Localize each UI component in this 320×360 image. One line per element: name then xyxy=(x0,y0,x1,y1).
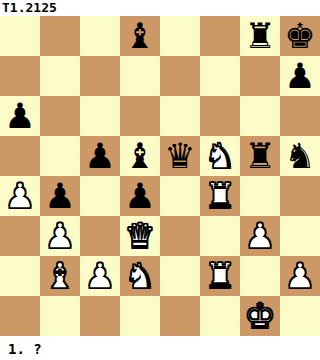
square-e6[interactable] xyxy=(160,96,200,136)
black-queen[interactable]: ♛ xyxy=(164,136,195,176)
chess-puzzle-page: T1.2125 ♝♜♚♟♟♟♝♛♞♜♞♟♟♟♜♟♛♟♝♟♞♜♟♚ 1. ? xyxy=(0,0,320,360)
square-g4[interactable] xyxy=(240,176,280,216)
square-c6[interactable] xyxy=(80,96,120,136)
square-d5[interactable]: ♝ xyxy=(120,136,160,176)
square-b6[interactable] xyxy=(40,96,80,136)
puzzle-id: T1.2125 xyxy=(0,0,320,16)
square-c7[interactable] xyxy=(80,56,120,96)
square-a8[interactable] xyxy=(0,16,40,56)
square-h5[interactable]: ♞ xyxy=(280,136,320,176)
square-h2[interactable]: ♟ xyxy=(280,256,320,296)
white-knight[interactable]: ♞ xyxy=(204,136,235,176)
black-rook[interactable]: ♜ xyxy=(244,16,275,56)
square-b4[interactable]: ♟ xyxy=(40,176,80,216)
black-pawn[interactable]: ♟ xyxy=(84,136,115,176)
square-e7[interactable] xyxy=(160,56,200,96)
square-g8[interactable]: ♜ xyxy=(240,16,280,56)
square-h3[interactable] xyxy=(280,216,320,256)
square-e8[interactable] xyxy=(160,16,200,56)
square-a6[interactable]: ♟ xyxy=(0,96,40,136)
white-bishop[interactable]: ♝ xyxy=(44,256,75,296)
black-pawn[interactable]: ♟ xyxy=(44,176,75,216)
white-king[interactable]: ♚ xyxy=(244,296,275,336)
white-pawn[interactable]: ♟ xyxy=(4,176,35,216)
white-pawn[interactable]: ♟ xyxy=(84,256,115,296)
white-pawn[interactable]: ♟ xyxy=(284,256,315,296)
square-b5[interactable] xyxy=(40,136,80,176)
square-b3[interactable]: ♟ xyxy=(40,216,80,256)
square-d4[interactable]: ♟ xyxy=(120,176,160,216)
square-h6[interactable] xyxy=(280,96,320,136)
black-pawn[interactable]: ♟ xyxy=(124,176,155,216)
square-b8[interactable] xyxy=(40,16,80,56)
square-d8[interactable]: ♝ xyxy=(120,16,160,56)
square-g7[interactable] xyxy=(240,56,280,96)
square-f3[interactable] xyxy=(200,216,240,256)
square-f4[interactable]: ♜ xyxy=(200,176,240,216)
black-bishop[interactable]: ♝ xyxy=(124,16,155,56)
square-h4[interactable] xyxy=(280,176,320,216)
square-f8[interactable] xyxy=(200,16,240,56)
square-f2[interactable]: ♜ xyxy=(200,256,240,296)
square-e4[interactable] xyxy=(160,176,200,216)
square-c4[interactable] xyxy=(80,176,120,216)
square-b7[interactable] xyxy=(40,56,80,96)
square-a5[interactable] xyxy=(0,136,40,176)
square-f1[interactable] xyxy=(200,296,240,336)
white-pawn[interactable]: ♟ xyxy=(244,216,275,256)
square-c3[interactable] xyxy=(80,216,120,256)
square-e2[interactable] xyxy=(160,256,200,296)
square-c5[interactable]: ♟ xyxy=(80,136,120,176)
square-d2[interactable]: ♞ xyxy=(120,256,160,296)
black-bishop[interactable]: ♝ xyxy=(124,136,155,176)
square-g1[interactable]: ♚ xyxy=(240,296,280,336)
square-a4[interactable]: ♟ xyxy=(0,176,40,216)
square-d3[interactable]: ♛ xyxy=(120,216,160,256)
square-e1[interactable] xyxy=(160,296,200,336)
square-f6[interactable] xyxy=(200,96,240,136)
white-rook[interactable]: ♜ xyxy=(204,176,235,216)
square-g3[interactable]: ♟ xyxy=(240,216,280,256)
white-rook[interactable]: ♜ xyxy=(204,256,235,296)
square-g5[interactable]: ♜ xyxy=(240,136,280,176)
square-a2[interactable] xyxy=(0,256,40,296)
square-b1[interactable] xyxy=(40,296,80,336)
black-pawn[interactable]: ♟ xyxy=(284,56,315,96)
black-knight[interactable]: ♞ xyxy=(284,136,315,176)
square-b2[interactable]: ♝ xyxy=(40,256,80,296)
square-h1[interactable] xyxy=(280,296,320,336)
square-e5[interactable]: ♛ xyxy=(160,136,200,176)
black-pawn[interactable]: ♟ xyxy=(4,96,35,136)
square-f5[interactable]: ♞ xyxy=(200,136,240,176)
square-a1[interactable] xyxy=(0,296,40,336)
move-prompt: 1. ? xyxy=(0,336,320,360)
square-h8[interactable]: ♚ xyxy=(280,16,320,56)
square-a7[interactable] xyxy=(0,56,40,96)
square-c1[interactable] xyxy=(80,296,120,336)
square-c8[interactable] xyxy=(80,16,120,56)
black-king[interactable]: ♚ xyxy=(284,16,315,56)
white-pawn[interactable]: ♟ xyxy=(44,216,75,256)
square-h7[interactable]: ♟ xyxy=(280,56,320,96)
square-g6[interactable] xyxy=(240,96,280,136)
black-rook[interactable]: ♜ xyxy=(244,136,275,176)
square-d1[interactable] xyxy=(120,296,160,336)
white-queen[interactable]: ♛ xyxy=(124,216,155,256)
chess-board: ♝♜♚♟♟♟♝♛♞♜♞♟♟♟♜♟♛♟♝♟♞♜♟♚ xyxy=(0,16,320,336)
square-e3[interactable] xyxy=(160,216,200,256)
square-f7[interactable] xyxy=(200,56,240,96)
square-c2[interactable]: ♟ xyxy=(80,256,120,296)
square-g2[interactable] xyxy=(240,256,280,296)
square-a3[interactable] xyxy=(0,216,40,256)
square-d7[interactable] xyxy=(120,56,160,96)
white-knight[interactable]: ♞ xyxy=(124,256,155,296)
square-d6[interactable] xyxy=(120,96,160,136)
